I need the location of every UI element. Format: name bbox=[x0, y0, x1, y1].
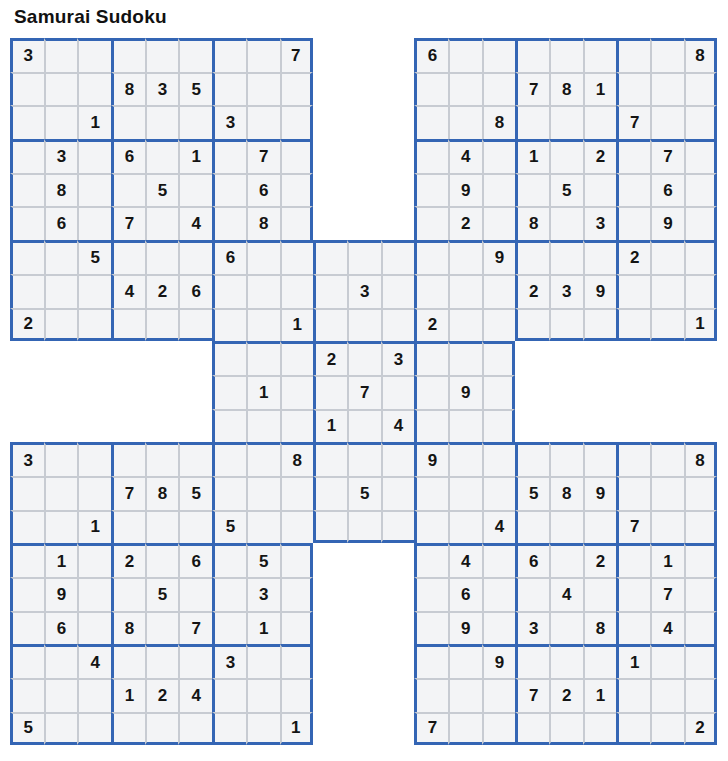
cell-r2c20-empty[interactable] bbox=[650, 72, 684, 106]
cell-r8c12-empty[interactable] bbox=[381, 274, 415, 308]
cell-r17c6-empty[interactable] bbox=[178, 577, 212, 611]
cell-r16c15-empty[interactable] bbox=[482, 543, 516, 577]
cell-r9c8-empty[interactable] bbox=[246, 308, 280, 342]
cell-r17c14-given[interactable]: 6 bbox=[448, 577, 482, 611]
cell-r15c11-empty[interactable] bbox=[347, 510, 381, 544]
cell-r7c20-empty[interactable] bbox=[650, 240, 684, 274]
cell-r16c8-given[interactable]: 5 bbox=[246, 543, 280, 577]
cell-r20c8-empty[interactable] bbox=[246, 678, 280, 712]
cell-r9c19-empty[interactable] bbox=[616, 308, 650, 342]
cell-r17c4-empty[interactable] bbox=[111, 577, 145, 611]
cell-r6c14-given[interactable]: 2 bbox=[448, 206, 482, 240]
cell-r5c9-empty[interactable] bbox=[280, 173, 314, 207]
cell-r2c4-given[interactable]: 8 bbox=[111, 72, 145, 106]
cell-r13c13-given[interactable]: 9 bbox=[414, 442, 448, 476]
cell-r20c13-empty[interactable] bbox=[414, 678, 448, 712]
cell-r3c13-empty[interactable] bbox=[414, 105, 448, 139]
cell-r11c11-given[interactable]: 7 bbox=[347, 375, 381, 409]
cell-r7c11-empty[interactable] bbox=[347, 240, 381, 274]
cell-r10c11-empty[interactable] bbox=[347, 341, 381, 375]
cell-r6c21-empty[interactable] bbox=[684, 206, 718, 240]
cell-r17c5-given[interactable]: 5 bbox=[145, 577, 179, 611]
cell-r19c14-empty[interactable] bbox=[448, 644, 482, 678]
cell-r11c7-empty[interactable] bbox=[212, 375, 246, 409]
cell-r3c19-given[interactable]: 7 bbox=[616, 105, 650, 139]
cell-r19c1-empty[interactable] bbox=[10, 644, 44, 678]
cell-r13c8-empty[interactable] bbox=[246, 442, 280, 476]
cell-r12c8-empty[interactable] bbox=[246, 409, 280, 443]
cell-r19c16-empty[interactable] bbox=[515, 644, 549, 678]
cell-r21c8-empty[interactable] bbox=[246, 712, 280, 746]
cell-r17c21-empty[interactable] bbox=[684, 577, 718, 611]
cell-r14c21-empty[interactable] bbox=[684, 476, 718, 510]
cell-r6c17-empty[interactable] bbox=[549, 206, 583, 240]
cell-r2c8-empty[interactable] bbox=[246, 72, 280, 106]
cell-r5c4-empty[interactable] bbox=[111, 173, 145, 207]
cell-r18c20-given[interactable]: 4 bbox=[650, 611, 684, 645]
cell-r1c14-empty[interactable] bbox=[448, 38, 482, 72]
cell-r7c14-empty[interactable] bbox=[448, 240, 482, 274]
cell-r1c18-empty[interactable] bbox=[583, 38, 617, 72]
cell-r4c7-empty[interactable] bbox=[212, 139, 246, 173]
cell-r15c15-given[interactable]: 4 bbox=[482, 510, 516, 544]
cell-r8c21-empty[interactable] bbox=[684, 274, 718, 308]
cell-r3c21-empty[interactable] bbox=[684, 105, 718, 139]
cell-r11c15-empty[interactable] bbox=[482, 375, 516, 409]
cell-r11c10-empty[interactable] bbox=[313, 375, 347, 409]
cell-r13c11-empty[interactable] bbox=[347, 442, 381, 476]
cell-r6c1-empty[interactable] bbox=[10, 206, 44, 240]
cell-r13c10-empty[interactable] bbox=[313, 442, 347, 476]
cell-r18c2-given[interactable]: 6 bbox=[44, 611, 78, 645]
cell-r6c7-empty[interactable] bbox=[212, 206, 246, 240]
cell-r17c17-given[interactable]: 4 bbox=[549, 577, 583, 611]
cell-r3c6-empty[interactable] bbox=[178, 105, 212, 139]
cell-r9c1-given[interactable]: 2 bbox=[10, 308, 44, 342]
cell-r14c7-empty[interactable] bbox=[212, 476, 246, 510]
cell-r14c9-empty[interactable] bbox=[280, 476, 314, 510]
cell-r20c18-given[interactable]: 1 bbox=[583, 678, 617, 712]
cell-r8c16-given[interactable]: 2 bbox=[515, 274, 549, 308]
cell-r7c19-given[interactable]: 2 bbox=[616, 240, 650, 274]
cell-r3c17-empty[interactable] bbox=[549, 105, 583, 139]
cell-r5c17-given[interactable]: 5 bbox=[549, 173, 583, 207]
cell-r5c19-empty[interactable] bbox=[616, 173, 650, 207]
cell-r4c16-given[interactable]: 1 bbox=[515, 139, 549, 173]
cell-r4c8-given[interactable]: 7 bbox=[246, 139, 280, 173]
cell-r8c5-given[interactable]: 2 bbox=[145, 274, 179, 308]
cell-r5c2-given[interactable]: 8 bbox=[44, 173, 78, 207]
cell-r11c9-empty[interactable] bbox=[280, 375, 314, 409]
cell-r15c9-empty[interactable] bbox=[280, 510, 314, 544]
cell-r7c5-empty[interactable] bbox=[145, 240, 179, 274]
cell-r13c2-empty[interactable] bbox=[44, 442, 78, 476]
cell-r10c15-empty[interactable] bbox=[482, 341, 516, 375]
cell-r21c13-given[interactable]: 7 bbox=[414, 712, 448, 746]
cell-r16c13-empty[interactable] bbox=[414, 543, 448, 577]
cell-r2c1-empty[interactable] bbox=[10, 72, 44, 106]
cell-r14c10-empty[interactable] bbox=[313, 476, 347, 510]
cell-r7c13-empty[interactable] bbox=[414, 240, 448, 274]
cell-r8c1-empty[interactable] bbox=[10, 274, 44, 308]
cell-r18c16-given[interactable]: 3 bbox=[515, 611, 549, 645]
cell-r15c3-given[interactable]: 1 bbox=[77, 510, 111, 544]
cell-r18c9-empty[interactable] bbox=[280, 611, 314, 645]
cell-r21c4-empty[interactable] bbox=[111, 712, 145, 746]
cell-r2c18-given[interactable]: 1 bbox=[583, 72, 617, 106]
cell-r21c9-given[interactable]: 1 bbox=[280, 712, 314, 746]
cell-r1c7-empty[interactable] bbox=[212, 38, 246, 72]
cell-r21c15-empty[interactable] bbox=[482, 712, 516, 746]
cell-r21c20-empty[interactable] bbox=[650, 712, 684, 746]
cell-r11c14-given[interactable]: 9 bbox=[448, 375, 482, 409]
cell-r17c16-empty[interactable] bbox=[515, 577, 549, 611]
cell-r8c19-empty[interactable] bbox=[616, 274, 650, 308]
cell-r4c20-given[interactable]: 7 bbox=[650, 139, 684, 173]
cell-r20c3-empty[interactable] bbox=[77, 678, 111, 712]
cell-r4c5-empty[interactable] bbox=[145, 139, 179, 173]
cell-r19c18-empty[interactable] bbox=[583, 644, 617, 678]
cell-r9c21-given[interactable]: 1 bbox=[684, 308, 718, 342]
cell-r4c14-given[interactable]: 4 bbox=[448, 139, 482, 173]
cell-r18c4-given[interactable]: 8 bbox=[111, 611, 145, 645]
cell-r6c19-empty[interactable] bbox=[616, 206, 650, 240]
cell-r16c2-given[interactable]: 1 bbox=[44, 543, 78, 577]
cell-r4c6-given[interactable]: 1 bbox=[178, 139, 212, 173]
cell-r4c21-empty[interactable] bbox=[684, 139, 718, 173]
cell-r15c1-empty[interactable] bbox=[10, 510, 44, 544]
cell-r7c4-empty[interactable] bbox=[111, 240, 145, 274]
cell-r9c20-empty[interactable] bbox=[650, 308, 684, 342]
cell-r7c12-empty[interactable] bbox=[381, 240, 415, 274]
cell-r7c3-given[interactable]: 5 bbox=[77, 240, 111, 274]
cell-r1c13-given[interactable]: 6 bbox=[414, 38, 448, 72]
cell-r11c13-empty[interactable] bbox=[414, 375, 448, 409]
cell-r1c15-empty[interactable] bbox=[482, 38, 516, 72]
cell-r1c8-empty[interactable] bbox=[246, 38, 280, 72]
cell-r19c5-empty[interactable] bbox=[145, 644, 179, 678]
cell-r11c8-given[interactable]: 1 bbox=[246, 375, 280, 409]
cell-r18c8-given[interactable]: 1 bbox=[246, 611, 280, 645]
cell-r16c9-empty[interactable] bbox=[280, 543, 314, 577]
cell-r20c19-empty[interactable] bbox=[616, 678, 650, 712]
cell-r17c8-given[interactable]: 3 bbox=[246, 577, 280, 611]
cell-r15c17-empty[interactable] bbox=[549, 510, 583, 544]
cell-r12c15-empty[interactable] bbox=[482, 409, 516, 443]
cell-r12c14-empty[interactable] bbox=[448, 409, 482, 443]
cell-r6c16-given[interactable]: 8 bbox=[515, 206, 549, 240]
cell-r5c18-empty[interactable] bbox=[583, 173, 617, 207]
cell-r16c4-given[interactable]: 2 bbox=[111, 543, 145, 577]
cell-r16c1-empty[interactable] bbox=[10, 543, 44, 577]
cell-r18c15-empty[interactable] bbox=[482, 611, 516, 645]
cell-r8c15-empty[interactable] bbox=[482, 274, 516, 308]
cell-r20c2-empty[interactable] bbox=[44, 678, 78, 712]
cell-r16c3-empty[interactable] bbox=[77, 543, 111, 577]
cell-r1c3-empty[interactable] bbox=[77, 38, 111, 72]
cell-r16c17-empty[interactable] bbox=[549, 543, 583, 577]
cell-r21c5-empty[interactable] bbox=[145, 712, 179, 746]
cell-r8c17-given[interactable]: 3 bbox=[549, 274, 583, 308]
cell-r14c6-given[interactable]: 5 bbox=[178, 476, 212, 510]
cell-r14c15-empty[interactable] bbox=[482, 476, 516, 510]
cell-r7c15-given[interactable]: 9 bbox=[482, 240, 516, 274]
cell-r3c15-given[interactable]: 8 bbox=[482, 105, 516, 139]
cell-r13c19-empty[interactable] bbox=[616, 442, 650, 476]
cell-r7c16-empty[interactable] bbox=[515, 240, 549, 274]
cell-r13c4-empty[interactable] bbox=[111, 442, 145, 476]
cell-r1c4-empty[interactable] bbox=[111, 38, 145, 72]
cell-r19c6-empty[interactable] bbox=[178, 644, 212, 678]
cell-r15c13-empty[interactable] bbox=[414, 510, 448, 544]
cell-r3c8-empty[interactable] bbox=[246, 105, 280, 139]
cell-r14c2-empty[interactable] bbox=[44, 476, 78, 510]
cell-r10c12-given[interactable]: 3 bbox=[381, 341, 415, 375]
cell-r9c17-empty[interactable] bbox=[549, 308, 583, 342]
cell-r18c19-empty[interactable] bbox=[616, 611, 650, 645]
cell-r14c20-empty[interactable] bbox=[650, 476, 684, 510]
cell-r10c14-empty[interactable] bbox=[448, 341, 482, 375]
cell-r2c19-empty[interactable] bbox=[616, 72, 650, 106]
cell-r7c1-empty[interactable] bbox=[10, 240, 44, 274]
cell-r17c2-given[interactable]: 9 bbox=[44, 577, 78, 611]
cell-r15c10-empty[interactable] bbox=[313, 510, 347, 544]
cell-r4c15-empty[interactable] bbox=[482, 139, 516, 173]
cell-r1c2-empty[interactable] bbox=[44, 38, 78, 72]
cell-r18c13-empty[interactable] bbox=[414, 611, 448, 645]
cell-r9c9-given[interactable]: 1 bbox=[280, 308, 314, 342]
cell-r16c20-given[interactable]: 1 bbox=[650, 543, 684, 577]
cell-r9c6-empty[interactable] bbox=[178, 308, 212, 342]
cell-r19c3-given[interactable]: 4 bbox=[77, 644, 111, 678]
cell-r2c21-empty[interactable] bbox=[684, 72, 718, 106]
cell-r20c7-empty[interactable] bbox=[212, 678, 246, 712]
cell-r6c8-given[interactable]: 8 bbox=[246, 206, 280, 240]
cell-r15c4-empty[interactable] bbox=[111, 510, 145, 544]
cell-r16c5-empty[interactable] bbox=[145, 543, 179, 577]
cell-r5c1-empty[interactable] bbox=[10, 173, 44, 207]
cell-r16c14-given[interactable]: 4 bbox=[448, 543, 482, 577]
cell-r3c1-empty[interactable] bbox=[10, 105, 44, 139]
cell-r16c6-given[interactable]: 6 bbox=[178, 543, 212, 577]
cell-r7c17-empty[interactable] bbox=[549, 240, 583, 274]
cell-r4c18-given[interactable]: 2 bbox=[583, 139, 617, 173]
cell-r21c21-given[interactable]: 2 bbox=[684, 712, 718, 746]
cell-r4c9-empty[interactable] bbox=[280, 139, 314, 173]
cell-r17c19-empty[interactable] bbox=[616, 577, 650, 611]
cell-r15c7-given[interactable]: 5 bbox=[212, 510, 246, 544]
cell-r8c20-empty[interactable] bbox=[650, 274, 684, 308]
cell-r4c13-empty[interactable] bbox=[414, 139, 448, 173]
cell-r6c3-empty[interactable] bbox=[77, 206, 111, 240]
cell-r1c5-empty[interactable] bbox=[145, 38, 179, 72]
cell-r3c4-empty[interactable] bbox=[111, 105, 145, 139]
cell-r1c20-empty[interactable] bbox=[650, 38, 684, 72]
cell-r18c14-given[interactable]: 9 bbox=[448, 611, 482, 645]
cell-r3c9-empty[interactable] bbox=[280, 105, 314, 139]
cell-r14c1-empty[interactable] bbox=[10, 476, 44, 510]
cell-r21c3-empty[interactable] bbox=[77, 712, 111, 746]
cell-r21c1-given[interactable]: 5 bbox=[10, 712, 44, 746]
cell-r7c8-empty[interactable] bbox=[246, 240, 280, 274]
cell-r4c3-empty[interactable] bbox=[77, 139, 111, 173]
cell-r21c19-empty[interactable] bbox=[616, 712, 650, 746]
cell-r8c14-empty[interactable] bbox=[448, 274, 482, 308]
cell-r12c10-given[interactable]: 1 bbox=[313, 409, 347, 443]
cell-r6c20-given[interactable]: 9 bbox=[650, 206, 684, 240]
cell-r6c2-given[interactable]: 6 bbox=[44, 206, 78, 240]
cell-r10c13-empty[interactable] bbox=[414, 341, 448, 375]
cell-r12c11-empty[interactable] bbox=[347, 409, 381, 443]
cell-r13c20-empty[interactable] bbox=[650, 442, 684, 476]
cell-r18c7-empty[interactable] bbox=[212, 611, 246, 645]
cell-r3c3-given[interactable]: 1 bbox=[77, 105, 111, 139]
cell-r20c16-given[interactable]: 7 bbox=[515, 678, 549, 712]
cell-r5c8-given[interactable]: 6 bbox=[246, 173, 280, 207]
cell-r6c5-empty[interactable] bbox=[145, 206, 179, 240]
cell-r13c18-empty[interactable] bbox=[583, 442, 617, 476]
cell-r18c3-empty[interactable] bbox=[77, 611, 111, 645]
cell-r8c18-given[interactable]: 9 bbox=[583, 274, 617, 308]
cell-r17c20-given[interactable]: 7 bbox=[650, 577, 684, 611]
cell-r2c16-given[interactable]: 7 bbox=[515, 72, 549, 106]
cell-r7c7-given[interactable]: 6 bbox=[212, 240, 246, 274]
cell-r20c1-empty[interactable] bbox=[10, 678, 44, 712]
cell-r17c3-empty[interactable] bbox=[77, 577, 111, 611]
cell-r20c9-empty[interactable] bbox=[280, 678, 314, 712]
cell-r9c3-empty[interactable] bbox=[77, 308, 111, 342]
cell-r12c7-empty[interactable] bbox=[212, 409, 246, 443]
cell-r1c6-empty[interactable] bbox=[178, 38, 212, 72]
cell-r2c6-given[interactable]: 5 bbox=[178, 72, 212, 106]
cell-r15c18-empty[interactable] bbox=[583, 510, 617, 544]
cell-r3c7-given[interactable]: 3 bbox=[212, 105, 246, 139]
cell-r13c12-empty[interactable] bbox=[381, 442, 415, 476]
cell-r7c18-empty[interactable] bbox=[583, 240, 617, 274]
cell-r14c14-empty[interactable] bbox=[448, 476, 482, 510]
cell-r19c13-empty[interactable] bbox=[414, 644, 448, 678]
cell-r15c19-given[interactable]: 7 bbox=[616, 510, 650, 544]
cell-r10c10-given[interactable]: 2 bbox=[313, 341, 347, 375]
cell-r18c17-empty[interactable] bbox=[549, 611, 583, 645]
cell-r8c8-empty[interactable] bbox=[246, 274, 280, 308]
cell-r10c9-empty[interactable] bbox=[280, 341, 314, 375]
cell-r16c21-empty[interactable] bbox=[684, 543, 718, 577]
cell-r2c13-empty[interactable] bbox=[414, 72, 448, 106]
cell-r2c2-empty[interactable] bbox=[44, 72, 78, 106]
cell-r21c6-empty[interactable] bbox=[178, 712, 212, 746]
cell-r14c8-empty[interactable] bbox=[246, 476, 280, 510]
cell-r2c14-empty[interactable] bbox=[448, 72, 482, 106]
cell-r2c15-empty[interactable] bbox=[482, 72, 516, 106]
cell-r2c3-empty[interactable] bbox=[77, 72, 111, 106]
cell-r1c9-given[interactable]: 7 bbox=[280, 38, 314, 72]
cell-r6c15-empty[interactable] bbox=[482, 206, 516, 240]
cell-r19c17-empty[interactable] bbox=[549, 644, 583, 678]
cell-r15c12-empty[interactable] bbox=[381, 510, 415, 544]
cell-r11c12-empty[interactable] bbox=[381, 375, 415, 409]
cell-r21c18-empty[interactable] bbox=[583, 712, 617, 746]
cell-r14c11-given[interactable]: 5 bbox=[347, 476, 381, 510]
cell-r8c3-empty[interactable] bbox=[77, 274, 111, 308]
cell-r4c17-empty[interactable] bbox=[549, 139, 583, 173]
cell-r14c3-empty[interactable] bbox=[77, 476, 111, 510]
cell-r17c15-empty[interactable] bbox=[482, 577, 516, 611]
cell-r3c20-empty[interactable] bbox=[650, 105, 684, 139]
cell-r18c18-given[interactable]: 8 bbox=[583, 611, 617, 645]
cell-r3c16-empty[interactable] bbox=[515, 105, 549, 139]
cell-r13c1-given[interactable]: 3 bbox=[10, 442, 44, 476]
cell-r18c1-empty[interactable] bbox=[10, 611, 44, 645]
cell-r16c19-empty[interactable] bbox=[616, 543, 650, 577]
cell-r20c6-given[interactable]: 4 bbox=[178, 678, 212, 712]
cell-r2c17-given[interactable]: 8 bbox=[549, 72, 583, 106]
cell-r13c5-empty[interactable] bbox=[145, 442, 179, 476]
cell-r19c21-empty[interactable] bbox=[684, 644, 718, 678]
cell-r9c11-empty[interactable] bbox=[347, 308, 381, 342]
cell-r21c17-empty[interactable] bbox=[549, 712, 583, 746]
cell-r8c2-empty[interactable] bbox=[44, 274, 78, 308]
cell-r21c7-empty[interactable] bbox=[212, 712, 246, 746]
cell-r1c17-empty[interactable] bbox=[549, 38, 583, 72]
cell-r14c12-empty[interactable] bbox=[381, 476, 415, 510]
cell-r14c16-given[interactable]: 5 bbox=[515, 476, 549, 510]
cell-r9c14-empty[interactable] bbox=[448, 308, 482, 342]
cell-r4c4-given[interactable]: 6 bbox=[111, 139, 145, 173]
cell-r19c15-given[interactable]: 9 bbox=[482, 644, 516, 678]
cell-r15c2-empty[interactable] bbox=[44, 510, 78, 544]
cell-r15c5-empty[interactable] bbox=[145, 510, 179, 544]
cell-r3c18-empty[interactable] bbox=[583, 105, 617, 139]
cell-r15c6-empty[interactable] bbox=[178, 510, 212, 544]
cell-r8c7-empty[interactable] bbox=[212, 274, 246, 308]
cell-r6c4-given[interactable]: 7 bbox=[111, 206, 145, 240]
cell-r17c18-empty[interactable] bbox=[583, 577, 617, 611]
cell-r12c9-empty[interactable] bbox=[280, 409, 314, 443]
cell-r13c3-empty[interactable] bbox=[77, 442, 111, 476]
cell-r14c5-given[interactable]: 8 bbox=[145, 476, 179, 510]
cell-r13c9-given[interactable]: 8 bbox=[280, 442, 314, 476]
cell-r14c4-given[interactable]: 7 bbox=[111, 476, 145, 510]
cell-r17c1-empty[interactable] bbox=[10, 577, 44, 611]
cell-r15c16-empty[interactable] bbox=[515, 510, 549, 544]
cell-r10c8-empty[interactable] bbox=[246, 341, 280, 375]
cell-r15c21-empty[interactable] bbox=[684, 510, 718, 544]
cell-r17c9-empty[interactable] bbox=[280, 577, 314, 611]
cell-r20c5-given[interactable]: 2 bbox=[145, 678, 179, 712]
cell-r9c2-empty[interactable] bbox=[44, 308, 78, 342]
cell-r13c15-empty[interactable] bbox=[482, 442, 516, 476]
cell-r15c8-empty[interactable] bbox=[246, 510, 280, 544]
cell-r21c2-empty[interactable] bbox=[44, 712, 78, 746]
cell-r15c20-empty[interactable] bbox=[650, 510, 684, 544]
cell-r13c17-empty[interactable] bbox=[549, 442, 583, 476]
cell-r8c10-empty[interactable] bbox=[313, 274, 347, 308]
cell-r13c21-given[interactable]: 8 bbox=[684, 442, 718, 476]
cell-r20c14-empty[interactable] bbox=[448, 678, 482, 712]
cell-r5c16-empty[interactable] bbox=[515, 173, 549, 207]
cell-r14c17-given[interactable]: 8 bbox=[549, 476, 583, 510]
cell-r3c5-empty[interactable] bbox=[145, 105, 179, 139]
cell-r20c21-empty[interactable] bbox=[684, 678, 718, 712]
cell-r2c9-empty[interactable] bbox=[280, 72, 314, 106]
cell-r16c16-given[interactable]: 6 bbox=[515, 543, 549, 577]
cell-r10c7-empty[interactable] bbox=[212, 341, 246, 375]
cell-r8c6-given[interactable]: 6 bbox=[178, 274, 212, 308]
cell-r14c18-given[interactable]: 9 bbox=[583, 476, 617, 510]
cell-r19c2-empty[interactable] bbox=[44, 644, 78, 678]
cell-r9c7-empty[interactable] bbox=[212, 308, 246, 342]
